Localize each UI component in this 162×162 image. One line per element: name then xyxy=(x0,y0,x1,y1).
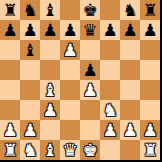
piece-white-pawn: ♟ xyxy=(22,120,37,140)
chess-board: ♜♞♝♚♞♜♟♟♟♟♛♟♟♟♝♟♟♝♟♟♞♟♟♟♟♟♜♞♝♛♚♜ xyxy=(0,0,162,162)
square-a7[interactable]: ♟ xyxy=(0,20,20,40)
square-g3[interactable] xyxy=(120,100,140,120)
piece-white-knight: ♞ xyxy=(102,100,117,120)
square-e6[interactable] xyxy=(80,40,100,60)
square-g8[interactable]: ♞ xyxy=(120,0,140,20)
piece-black-bishop: ♝ xyxy=(22,40,37,60)
square-e5[interactable]: ♟ xyxy=(80,60,100,80)
square-d3[interactable] xyxy=(60,100,80,120)
square-h3[interactable] xyxy=(140,100,160,120)
piece-black-pawn: ♟ xyxy=(22,20,37,40)
piece-black-pawn: ♟ xyxy=(102,20,117,40)
piece-white-pawn: ♟ xyxy=(122,120,137,140)
square-e7[interactable]: ♛ xyxy=(80,20,100,40)
square-b1[interactable]: ♞ xyxy=(20,140,40,160)
square-a3[interactable] xyxy=(0,100,20,120)
piece-white-knight: ♞ xyxy=(22,140,37,160)
piece-white-pawn: ♟ xyxy=(102,120,117,140)
square-b4[interactable] xyxy=(20,80,40,100)
piece-white-queen: ♛ xyxy=(62,140,77,160)
piece-white-pawn: ♟ xyxy=(42,100,57,120)
square-a1[interactable]: ♜ xyxy=(0,140,20,160)
square-d6[interactable]: ♟ xyxy=(60,40,80,60)
square-a2[interactable]: ♟ xyxy=(0,120,20,140)
piece-black-pawn: ♟ xyxy=(122,20,137,40)
square-e2[interactable] xyxy=(80,120,100,140)
square-g2[interactable]: ♟ xyxy=(120,120,140,140)
piece-white-rook: ♜ xyxy=(2,140,17,160)
square-g4[interactable] xyxy=(120,80,140,100)
square-a5[interactable] xyxy=(0,60,20,80)
square-g5[interactable] xyxy=(120,60,140,80)
square-e3[interactable] xyxy=(80,100,100,120)
square-f3[interactable]: ♞ xyxy=(100,100,120,120)
piece-black-pawn: ♟ xyxy=(62,20,77,40)
square-h1[interactable]: ♜ xyxy=(140,140,160,160)
piece-white-pawn: ♟ xyxy=(62,40,77,60)
square-b7[interactable]: ♟ xyxy=(20,20,40,40)
square-h4[interactable] xyxy=(140,80,160,100)
square-h2[interactable]: ♟ xyxy=(140,120,160,140)
square-a8[interactable]: ♜ xyxy=(0,0,20,20)
square-c2[interactable] xyxy=(40,120,60,140)
piece-white-rook: ♜ xyxy=(142,140,157,160)
piece-white-pawn: ♟ xyxy=(2,120,17,140)
square-c4[interactable]: ♝ xyxy=(40,80,60,100)
piece-black-rook: ♜ xyxy=(2,0,17,20)
square-d8[interactable] xyxy=(60,0,80,20)
square-b3[interactable] xyxy=(20,100,40,120)
square-f6[interactable] xyxy=(100,40,120,60)
square-b2[interactable]: ♟ xyxy=(20,120,40,140)
piece-black-pawn: ♟ xyxy=(2,20,17,40)
square-g7[interactable]: ♟ xyxy=(120,20,140,40)
piece-white-pawn: ♟ xyxy=(142,120,157,140)
square-h8[interactable]: ♜ xyxy=(140,0,160,20)
square-f2[interactable]: ♟ xyxy=(100,120,120,140)
square-f4[interactable] xyxy=(100,80,120,100)
square-d4[interactable] xyxy=(60,80,80,100)
piece-black-king: ♚ xyxy=(82,0,97,20)
square-d7[interactable]: ♟ xyxy=(60,20,80,40)
square-d2[interactable] xyxy=(60,120,80,140)
square-b6[interactable]: ♝ xyxy=(20,40,40,60)
piece-white-bishop: ♝ xyxy=(42,80,57,100)
piece-black-bishop: ♝ xyxy=(42,0,57,20)
square-c1[interactable]: ♝ xyxy=(40,140,60,160)
square-a6[interactable] xyxy=(0,40,20,60)
square-c8[interactable]: ♝ xyxy=(40,0,60,20)
piece-white-king: ♚ xyxy=(82,140,97,160)
piece-black-pawn: ♟ xyxy=(142,20,157,40)
square-f8[interactable] xyxy=(100,0,120,20)
square-f7[interactable]: ♟ xyxy=(100,20,120,40)
piece-black-rook: ♜ xyxy=(142,0,157,20)
square-h5[interactable] xyxy=(140,60,160,80)
square-f1[interactable] xyxy=(100,140,120,160)
piece-black-queen: ♛ xyxy=(82,20,97,40)
square-c7[interactable]: ♟ xyxy=(40,20,60,40)
piece-black-pawn: ♟ xyxy=(82,60,97,80)
square-b5[interactable] xyxy=(20,60,40,80)
square-b8[interactable]: ♞ xyxy=(20,0,40,20)
square-f5[interactable] xyxy=(100,60,120,80)
square-g1[interactable] xyxy=(120,140,140,160)
chess-board-grid: ♜♞♝♚♞♜♟♟♟♟♛♟♟♟♝♟♟♝♟♟♞♟♟♟♟♟♜♞♝♛♚♜ xyxy=(0,0,160,160)
piece-white-bishop: ♝ xyxy=(42,140,57,160)
square-e4[interactable]: ♟ xyxy=(80,80,100,100)
square-c6[interactable] xyxy=(40,40,60,60)
square-d5[interactable] xyxy=(60,60,80,80)
piece-black-knight: ♞ xyxy=(122,0,137,20)
piece-white-pawn: ♟ xyxy=(82,80,97,100)
square-d1[interactable]: ♛ xyxy=(60,140,80,160)
piece-black-pawn: ♟ xyxy=(42,20,57,40)
square-c3[interactable]: ♟ xyxy=(40,100,60,120)
square-h7[interactable]: ♟ xyxy=(140,20,160,40)
square-e8[interactable]: ♚ xyxy=(80,0,100,20)
square-e1[interactable]: ♚ xyxy=(80,140,100,160)
piece-black-knight: ♞ xyxy=(22,0,37,20)
square-g6[interactable] xyxy=(120,40,140,60)
square-a4[interactable] xyxy=(0,80,20,100)
square-c5[interactable] xyxy=(40,60,60,80)
square-h6[interactable] xyxy=(140,40,160,60)
